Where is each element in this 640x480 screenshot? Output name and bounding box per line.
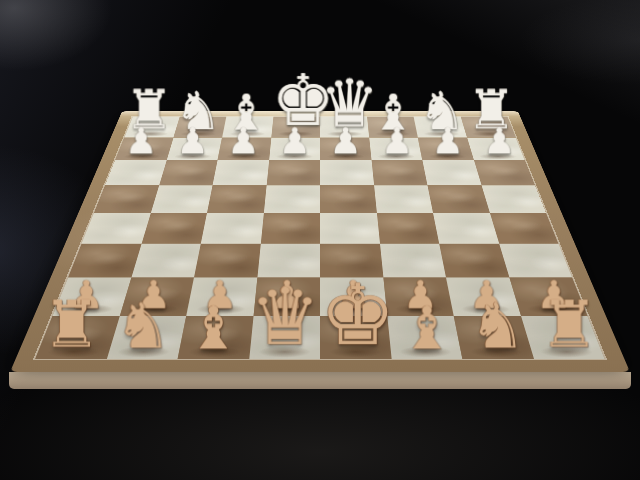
white-marble-rook: ♜ [467, 82, 516, 137]
square-e4[interactable] [320, 213, 380, 244]
square-e7[interactable]: ♟ [320, 137, 371, 160]
square-a2[interactable]: ♟ [53, 278, 131, 316]
square-g6[interactable] [422, 160, 481, 185]
white-marble-rook: ♜ [125, 82, 174, 137]
square-d7[interactable]: ♟ [269, 137, 320, 160]
square-g8[interactable]: ♞ [414, 117, 467, 138]
square-a1[interactable]: ♜ [35, 316, 119, 359]
tan-marble-pawn: ♟ [120, 276, 187, 315]
square-h4[interactable] [489, 213, 558, 244]
square-b7[interactable]: ♟ [166, 137, 222, 160]
square-c7[interactable]: ♟ [218, 137, 272, 160]
square-d1[interactable]: ♛ [249, 316, 320, 359]
square-d3[interactable] [257, 243, 320, 277]
square-b4[interactable] [141, 213, 207, 244]
square-a5[interactable] [94, 185, 159, 213]
square-f1[interactable]: ♝ [387, 316, 463, 359]
square-g2[interactable]: ♟ [446, 278, 521, 316]
square-f6[interactable] [371, 160, 427, 185]
square-f3[interactable] [380, 243, 446, 277]
square-h1[interactable]: ♜ [521, 316, 605, 359]
chess-board-3d: ♜♞♝♚♛♝♞♜♟♟♟♟♟♟♟♟♟♟♟♟♟♟♟♟♜♞♝♛♚♝♞♜ [10, 111, 630, 372]
white-marble-bishop: ♝ [369, 87, 418, 136]
square-b8[interactable]: ♞ [173, 117, 226, 138]
square-d8[interactable]: ♚ [271, 117, 320, 138]
square-c3[interactable] [194, 243, 260, 277]
tan-marble-pawn: ♟ [253, 276, 320, 315]
tan-marble-queen: ♛ [249, 279, 320, 357]
chess-board: ♜♞♝♚♛♝♞♜♟♟♟♟♟♟♟♟♟♟♟♟♟♟♟♟♜♞♝♛♚♝♞♜ [35, 117, 605, 359]
tan-marble-pawn: ♟ [187, 276, 254, 315]
square-h6[interactable] [474, 160, 535, 185]
square-c2[interactable]: ♟ [186, 278, 257, 316]
white-marble-queen: ♛ [320, 71, 369, 137]
white-marble-bishop: ♝ [222, 87, 271, 136]
square-h3[interactable] [499, 243, 572, 277]
tan-marble-pawn: ♟ [320, 276, 387, 315]
square-c8[interactable]: ♝ [222, 117, 273, 138]
board-front-edge [9, 372, 631, 389]
square-a7[interactable]: ♟ [115, 137, 173, 160]
square-c6[interactable] [213, 160, 269, 185]
board-frame: ♜♞♝♚♛♝♞♜♟♟♟♟♟♟♟♟♟♟♟♟♟♟♟♟♜♞♝♛♚♝♞♜ [10, 111, 630, 372]
square-b1[interactable]: ♞ [106, 316, 186, 359]
square-f8[interactable]: ♝ [367, 117, 418, 138]
square-h2[interactable]: ♟ [509, 278, 587, 316]
white-marble-knight: ♞ [173, 84, 222, 137]
square-g5[interactable] [427, 185, 489, 213]
square-d2[interactable]: ♟ [253, 278, 320, 316]
perspective-viewport: ♜♞♝♚♛♝♞♜♟♟♟♟♟♟♟♟♟♟♟♟♟♟♟♟♜♞♝♛♚♝♞♜ [0, 0, 640, 480]
square-f7[interactable]: ♟ [369, 137, 423, 160]
square-e2[interactable]: ♟ [320, 278, 387, 316]
square-g3[interactable] [439, 243, 509, 277]
square-g7[interactable]: ♟ [418, 137, 474, 160]
square-f5[interactable] [374, 185, 433, 213]
photo-backdrop: ♜♞♝♚♛♝♞♜♟♟♟♟♟♟♟♟♟♟♟♟♟♟♟♟♜♞♝♛♚♝♞♜ [0, 0, 640, 480]
white-marble-knight: ♞ [418, 84, 467, 137]
square-e8[interactable]: ♛ [320, 117, 369, 138]
square-a8[interactable]: ♜ [124, 117, 179, 138]
square-c1[interactable]: ♝ [178, 316, 254, 359]
square-e3[interactable] [320, 243, 383, 277]
square-e5[interactable] [320, 185, 376, 213]
tan-marble-bishop: ♝ [178, 298, 249, 357]
square-d5[interactable] [264, 185, 320, 213]
square-h8[interactable]: ♜ [460, 117, 515, 138]
tan-marble-pawn: ♟ [53, 276, 120, 315]
tan-marble-pawn: ♟ [387, 276, 454, 315]
square-e1[interactable]: ♚ [320, 316, 391, 359]
tan-marble-bishop: ♝ [391, 298, 462, 357]
square-b3[interactable] [131, 243, 201, 277]
square-h7[interactable]: ♟ [467, 137, 525, 160]
square-c5[interactable] [207, 185, 266, 213]
square-b6[interactable] [159, 160, 218, 185]
square-g4[interactable] [433, 213, 499, 244]
square-d4[interactable] [260, 213, 320, 244]
tan-marble-pawn: ♟ [520, 276, 587, 315]
square-d6[interactable] [266, 160, 320, 185]
square-f2[interactable]: ♟ [383, 278, 454, 316]
square-e6[interactable] [320, 160, 374, 185]
square-f4[interactable] [376, 213, 439, 244]
tan-marble-pawn: ♟ [453, 276, 520, 315]
white-marble-king: ♚ [271, 66, 320, 137]
square-a4[interactable] [82, 213, 151, 244]
square-b5[interactable] [151, 185, 213, 213]
square-c4[interactable] [201, 213, 264, 244]
square-a3[interactable] [68, 243, 141, 277]
tan-marble-king: ♚ [320, 273, 391, 357]
square-b2[interactable]: ♟ [119, 278, 194, 316]
square-h5[interactable] [481, 185, 546, 213]
square-a6[interactable] [105, 160, 166, 185]
